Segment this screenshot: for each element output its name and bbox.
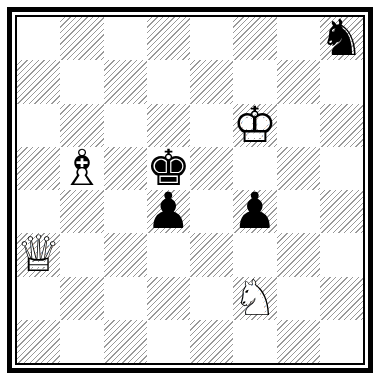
square-b2[interactable] <box>60 277 103 320</box>
board-outer-frame: ♞♚♔♝♗♚♟♟♛♕♞♘ <box>7 7 373 373</box>
chess-board-diagram: ♞♚♔♝♗♚♟♟♛♕♞♘ <box>7 7 373 373</box>
square-f2[interactable]: ♞♘ <box>233 277 276 320</box>
square-g4[interactable] <box>277 190 320 233</box>
square-g8[interactable] <box>277 17 320 60</box>
white-bishop-b5: ♗ <box>60 147 103 190</box>
square-h4[interactable] <box>320 190 363 233</box>
piece-fill-underlay: ♞ <box>235 278 275 318</box>
square-f1[interactable] <box>233 320 276 363</box>
square-g3[interactable] <box>277 233 320 276</box>
square-d7[interactable] <box>147 60 190 103</box>
chess-board: ♞♚♔♝♗♚♟♟♛♕♞♘ <box>17 17 363 363</box>
square-e2[interactable] <box>190 277 233 320</box>
square-d1[interactable] <box>147 320 190 363</box>
piece-fill-underlay: ♛ <box>19 235 59 275</box>
square-a4[interactable] <box>17 190 60 233</box>
square-c7[interactable] <box>104 60 147 103</box>
square-b3[interactable] <box>60 233 103 276</box>
board-inner-frame: ♞♚♔♝♗♚♟♟♛♕♞♘ <box>15 15 365 365</box>
square-b6[interactable] <box>60 104 103 147</box>
square-f8[interactable] <box>233 17 276 60</box>
square-c3[interactable] <box>104 233 147 276</box>
square-a5[interactable] <box>17 147 60 190</box>
square-a6[interactable] <box>17 104 60 147</box>
square-a1[interactable] <box>17 320 60 363</box>
square-a7[interactable] <box>17 60 60 103</box>
square-e7[interactable] <box>190 60 233 103</box>
piece-fill-underlay: ♝ <box>62 148 102 188</box>
square-f5[interactable] <box>233 147 276 190</box>
square-h3[interactable] <box>320 233 363 276</box>
white-knight-f2: ♘ <box>233 277 276 320</box>
square-e3[interactable] <box>190 233 233 276</box>
square-c2[interactable] <box>104 277 147 320</box>
square-g7[interactable] <box>277 60 320 103</box>
square-h2[interactable] <box>320 277 363 320</box>
square-d3[interactable] <box>147 233 190 276</box>
square-a8[interactable] <box>17 17 60 60</box>
piece-fill-underlay: ♚ <box>235 105 275 145</box>
square-e4[interactable] <box>190 190 233 233</box>
square-f7[interactable] <box>233 60 276 103</box>
square-h6[interactable] <box>320 104 363 147</box>
square-a3[interactable]: ♛♕ <box>17 233 60 276</box>
square-d8[interactable] <box>147 17 190 60</box>
square-h7[interactable] <box>320 60 363 103</box>
square-b7[interactable] <box>60 60 103 103</box>
square-d2[interactable] <box>147 277 190 320</box>
white-king-f6: ♔ <box>233 104 276 147</box>
square-f6[interactable]: ♚♔ <box>233 104 276 147</box>
black-king-d5: ♚ <box>147 147 190 190</box>
square-d5[interactable]: ♚ <box>147 147 190 190</box>
square-a2[interactable] <box>17 277 60 320</box>
square-g1[interactable] <box>277 320 320 363</box>
square-f3[interactable] <box>233 233 276 276</box>
black-pawn-f4: ♟ <box>233 190 276 233</box>
square-g5[interactable] <box>277 147 320 190</box>
square-e1[interactable] <box>190 320 233 363</box>
square-b4[interactable] <box>60 190 103 233</box>
square-c8[interactable] <box>104 17 147 60</box>
square-g2[interactable] <box>277 277 320 320</box>
square-b8[interactable] <box>60 17 103 60</box>
square-h5[interactable] <box>320 147 363 190</box>
square-e5[interactable] <box>190 147 233 190</box>
square-b5[interactable]: ♝♗ <box>60 147 103 190</box>
white-queen-a3: ♕ <box>17 233 60 276</box>
square-g6[interactable] <box>277 104 320 147</box>
square-f4[interactable]: ♟ <box>233 190 276 233</box>
square-e8[interactable] <box>190 17 233 60</box>
black-pawn-d4: ♟ <box>147 190 190 233</box>
black-knight-h8: ♞ <box>320 17 363 60</box>
square-c6[interactable] <box>104 104 147 147</box>
square-c1[interactable] <box>104 320 147 363</box>
square-e6[interactable] <box>190 104 233 147</box>
square-h1[interactable] <box>320 320 363 363</box>
square-h8[interactable]: ♞ <box>320 17 363 60</box>
square-d6[interactable] <box>147 104 190 147</box>
square-b1[interactable] <box>60 320 103 363</box>
square-c5[interactable] <box>104 147 147 190</box>
square-d4[interactable]: ♟ <box>147 190 190 233</box>
square-c4[interactable] <box>104 190 147 233</box>
